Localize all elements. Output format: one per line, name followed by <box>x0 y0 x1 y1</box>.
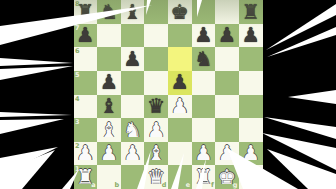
piece-white-pawn[interactable]: ♟ <box>194 143 212 164</box>
piece-white-bishop[interactable]: ♝ <box>100 119 118 140</box>
piece-white-pawn[interactable]: ♟ <box>147 119 165 140</box>
square-d7[interactable] <box>144 24 168 48</box>
square-f5[interactable] <box>192 71 216 95</box>
square-e5[interactable]: ♟ <box>168 71 192 95</box>
square-b3[interactable]: ♝ <box>97 118 121 142</box>
square-d5[interactable] <box>144 71 168 95</box>
piece-white-pawn[interactable]: ♟ <box>218 143 236 164</box>
piece-black-pawn[interactable]: ♟ <box>123 48 141 69</box>
square-h4[interactable] <box>239 95 263 119</box>
square-e8[interactable]: ♚ <box>168 0 192 24</box>
speed-ray <box>0 119 64 134</box>
square-g5[interactable] <box>215 71 239 95</box>
square-b1[interactable]: b <box>97 165 121 189</box>
square-h2[interactable]: ♟ <box>239 142 263 166</box>
square-h7[interactable]: ♟ <box>239 24 263 48</box>
square-b6[interactable] <box>97 47 121 71</box>
speed-ray <box>0 58 73 66</box>
square-d2[interactable]: ♝ <box>144 142 168 166</box>
piece-white-rook[interactable]: ♜ <box>194 166 212 187</box>
square-d8[interactable] <box>144 0 168 24</box>
square-e7[interactable] <box>168 24 192 48</box>
square-g3[interactable] <box>215 118 239 142</box>
square-f4[interactable] <box>192 95 216 119</box>
square-b5[interactable]: ♟ <box>97 71 121 95</box>
square-f8[interactable] <box>192 0 216 24</box>
square-c8[interactable]: ♝ <box>121 0 145 24</box>
file-label-b: b <box>115 182 120 189</box>
file-label-h: h <box>256 182 261 189</box>
square-c3[interactable]: ♞ <box>121 118 145 142</box>
speed-ray <box>288 90 336 104</box>
square-e4[interactable]: ♟ <box>168 95 192 119</box>
speed-ray <box>267 27 336 57</box>
square-h5[interactable] <box>239 71 263 95</box>
screenshot-root: 8♜♞♝♚♜7♟♟♟♟6♟♞5♟♟4♝♛♟3♝♞♟2♟♟♟♝♟♟♟1a♜bcd♛… <box>0 0 336 189</box>
square-b2[interactable]: ♟ <box>97 142 121 166</box>
rank-label-6: 6 <box>75 48 80 55</box>
speed-ray <box>0 112 72 117</box>
piece-black-bishop[interactable]: ♝ <box>100 96 118 117</box>
square-e2[interactable] <box>168 142 192 166</box>
square-f2[interactable]: ♟ <box>192 142 216 166</box>
piece-black-pawn[interactable]: ♟ <box>76 25 94 46</box>
square-g7[interactable]: ♟ <box>215 24 239 48</box>
square-a2[interactable]: 2♟ <box>74 142 98 166</box>
chess-board[interactable]: 8♜♞♝♚♜7♟♟♟♟6♟♞5♟♟4♝♛♟3♝♞♟2♟♟♟♝♟♟♟1a♜bcd♛… <box>74 0 263 189</box>
piece-black-pawn[interactable]: ♟ <box>218 25 236 46</box>
square-h3[interactable] <box>239 118 263 142</box>
piece-white-pawn[interactable]: ♟ <box>76 143 94 164</box>
speed-ray <box>0 147 58 176</box>
square-a1[interactable]: 1a♜ <box>74 165 98 189</box>
square-e6[interactable] <box>168 47 192 71</box>
square-h8[interactable]: ♜ <box>239 0 263 24</box>
square-d6[interactable] <box>144 47 168 71</box>
piece-black-queen[interactable]: ♛ <box>147 96 165 117</box>
piece-white-pawn[interactable]: ♟ <box>100 143 118 164</box>
piece-black-rook[interactable]: ♜ <box>76 1 94 22</box>
square-f7[interactable]: ♟ <box>192 24 216 48</box>
square-g1[interactable]: g♚ <box>215 165 239 189</box>
rank-label-3: 3 <box>75 119 80 126</box>
square-g6[interactable] <box>215 47 239 71</box>
square-d1[interactable]: d♛ <box>144 165 168 189</box>
piece-white-king[interactable]: ♚ <box>218 166 236 187</box>
square-g4[interactable] <box>215 95 239 119</box>
square-a8[interactable]: 8♜ <box>74 0 98 24</box>
square-f6[interactable]: ♞ <box>192 47 216 71</box>
square-a5[interactable]: 5 <box>74 71 98 95</box>
square-a3[interactable]: 3 <box>74 118 98 142</box>
piece-white-pawn[interactable]: ♟ <box>123 143 141 164</box>
square-b4[interactable]: ♝ <box>97 95 121 119</box>
piece-white-bishop[interactable]: ♝ <box>147 143 165 164</box>
file-label-e: e <box>186 182 190 189</box>
speed-ray <box>0 150 55 189</box>
rank-label-5: 5 <box>75 72 80 79</box>
square-g8[interactable] <box>215 0 239 24</box>
square-f3[interactable] <box>192 118 216 142</box>
square-e3[interactable] <box>168 118 192 142</box>
piece-black-rook[interactable]: ♜ <box>241 1 259 22</box>
square-h6[interactable] <box>239 47 263 71</box>
piece-black-pawn[interactable]: ♟ <box>171 72 189 93</box>
square-a7[interactable]: 7♟ <box>74 24 98 48</box>
piece-white-pawn[interactable]: ♟ <box>241 143 259 164</box>
speed-ray <box>264 117 336 139</box>
square-g2[interactable]: ♟ <box>215 142 239 166</box>
speed-ray <box>262 133 336 170</box>
square-c1[interactable]: c <box>121 165 145 189</box>
piece-black-knight[interactable]: ♞ <box>194 48 212 69</box>
square-c2[interactable]: ♟ <box>121 142 145 166</box>
square-h1[interactable]: h <box>239 165 263 189</box>
square-e1[interactable]: e <box>168 165 192 189</box>
piece-white-queen[interactable]: ♛ <box>147 166 165 187</box>
piece-black-bishop[interactable]: ♝ <box>123 1 141 22</box>
rank-label-4: 4 <box>75 96 80 103</box>
square-d3[interactable]: ♟ <box>144 118 168 142</box>
speed-ray <box>266 4 336 50</box>
square-b8[interactable]: ♞ <box>97 0 121 24</box>
piece-black-pawn[interactable]: ♟ <box>241 25 259 46</box>
square-c4[interactable] <box>121 95 145 119</box>
square-d4[interactable]: ♛ <box>144 95 168 119</box>
square-c5[interactable] <box>121 71 145 95</box>
square-f1[interactable]: f♜ <box>192 165 216 189</box>
piece-white-rook[interactable]: ♜ <box>76 166 94 187</box>
file-label-c: c <box>139 182 143 189</box>
square-a6[interactable]: 6 <box>74 47 98 71</box>
piece-black-knight[interactable]: ♞ <box>100 1 118 22</box>
square-c6[interactable]: ♟ <box>121 47 145 71</box>
piece-black-king[interactable]: ♚ <box>171 1 189 22</box>
piece-white-pawn[interactable]: ♟ <box>171 96 189 117</box>
speed-ray <box>267 149 336 189</box>
speed-ray <box>0 66 73 80</box>
piece-black-pawn[interactable]: ♟ <box>194 25 212 46</box>
piece-white-knight[interactable]: ♞ <box>123 119 141 140</box>
square-c7[interactable] <box>121 24 145 48</box>
piece-black-pawn[interactable]: ♟ <box>100 72 118 93</box>
square-b7[interactable] <box>97 24 121 48</box>
square-a4[interactable]: 4 <box>74 95 98 119</box>
